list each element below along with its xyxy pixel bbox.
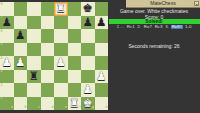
square-f7[interactable]	[68, 16, 82, 30]
square-e4[interactable]: ♟	[54, 56, 68, 70]
rank-label-6: 6	[1, 30, 3, 34]
square-g2[interactable]: ♟	[81, 83, 95, 97]
rank-label-7: 7	[1, 16, 3, 20]
square-a5[interactable]: 5	[0, 43, 14, 57]
rank-label-5: 5	[1, 43, 3, 47]
square-a1[interactable]: 1a	[0, 97, 14, 111]
square-c3[interactable]: ♜	[27, 70, 41, 84]
square-d5[interactable]	[41, 43, 55, 57]
square-b2[interactable]	[14, 83, 28, 97]
square-e8[interactable]: ♜	[54, 2, 68, 16]
white-pawn-g2: ♟	[83, 84, 93, 96]
white-king-g1: ♚	[83, 98, 93, 110]
rank-label-8: 8	[1, 3, 3, 7]
square-h2[interactable]	[95, 83, 109, 97]
square-b3[interactable]	[14, 70, 28, 84]
rank-label-1: 1	[1, 97, 3, 101]
rank-label-3: 3	[1, 70, 3, 74]
white-rook-e8: ♜	[56, 3, 66, 15]
move-token[interactable]: 3.	[165, 25, 170, 30]
square-c7[interactable]	[27, 16, 41, 30]
square-g7[interactable]: ♟	[81, 16, 95, 30]
square-d7[interactable]	[41, 16, 55, 30]
square-f1[interactable]: f♜	[68, 97, 82, 111]
close-icon[interactable]: ✕	[194, 1, 199, 6]
move-token[interactable]: 2.	[137, 25, 142, 30]
window-title: MateChess	[150, 1, 175, 6]
square-g1[interactable]: g♚	[81, 97, 95, 111]
black-rook-c3: ♜	[29, 71, 39, 83]
white-pawn-h3: ♟	[96, 71, 106, 83]
square-g4[interactable]	[81, 56, 95, 70]
black-pawn-a7: ♟	[2, 17, 12, 29]
square-f6[interactable]	[68, 29, 82, 43]
square-h4[interactable]	[95, 56, 109, 70]
square-b6[interactable]: ♟	[14, 29, 28, 43]
square-e5[interactable]	[54, 43, 68, 57]
square-h5[interactable]	[95, 43, 109, 57]
rank-label-4: 4	[1, 57, 3, 61]
square-e1[interactable]: e	[54, 97, 68, 111]
square-d4[interactable]	[41, 56, 55, 70]
square-c8[interactable]	[27, 2, 41, 16]
square-a7[interactable]: 7♟	[0, 16, 14, 30]
move-token[interactable]: Re7	[143, 25, 152, 30]
chess-board[interactable]: 8♜♚7♟♟♟6♟54♟♟♟3♜♟2♟1abcdef♜g♚h	[0, 2, 108, 110]
rank-label-2: 2	[1, 84, 3, 88]
square-h6[interactable]	[95, 29, 109, 43]
square-f2[interactable]	[68, 83, 82, 97]
move-token[interactable]: 1 ...	[116, 25, 125, 30]
square-f3[interactable]	[68, 70, 82, 84]
seconds-remaining-text: Seconds remaining: 26	[108, 44, 200, 50]
square-h7[interactable]: ♟	[95, 16, 109, 30]
square-d1[interactable]: d	[41, 97, 55, 111]
square-d6[interactable]	[41, 29, 55, 43]
square-a6[interactable]: 6	[0, 29, 14, 43]
square-b1[interactable]: b	[14, 97, 28, 111]
square-e3[interactable]	[54, 70, 68, 84]
square-b7[interactable]	[14, 16, 28, 30]
square-f5[interactable]	[68, 43, 82, 57]
square-c4[interactable]	[27, 56, 41, 70]
square-h8[interactable]	[95, 2, 109, 16]
square-a8[interactable]: 8	[0, 2, 14, 16]
square-f4[interactable]	[68, 56, 82, 70]
square-c1[interactable]: c	[27, 97, 41, 111]
black-pawn-g7: ♟	[83, 17, 93, 29]
square-d3[interactable]	[41, 70, 55, 84]
black-pawn-h7: ♟	[96, 17, 106, 29]
square-h1[interactable]: h	[95, 97, 109, 111]
square-b5[interactable]	[14, 43, 28, 57]
square-g3[interactable]	[81, 70, 95, 84]
square-e2[interactable]	[54, 83, 68, 97]
panel-title-bar: MateChess ✕	[126, 0, 200, 8]
square-c2[interactable]	[27, 83, 41, 97]
square-g8[interactable]: ♚	[81, 2, 95, 16]
move-token-current[interactable]: Re8#	[171, 25, 183, 30]
move-list: 1 ...Rc12.Re7Rc33.Re8#1-0	[108, 25, 200, 30]
move-token[interactable]: 1-0	[184, 25, 192, 30]
square-a2[interactable]: 2	[0, 83, 14, 97]
file-label-h: h	[106, 106, 108, 110]
square-h3[interactable]: ♟	[95, 70, 109, 84]
white-pawn-e4: ♟	[56, 57, 66, 69]
square-e7[interactable]	[54, 16, 68, 30]
square-b8[interactable]	[14, 2, 28, 16]
white-pawn-a4: ♟	[2, 57, 12, 69]
square-a3[interactable]: 3	[0, 70, 14, 84]
move-token[interactable]: Rc3	[154, 25, 163, 30]
white-rook-f1: ♜	[69, 98, 79, 110]
app-screen: 8♜♚7♟♟♟6♟54♟♟♟3♜♟2♟1abcdef♜g♚h MateChess…	[0, 0, 200, 113]
square-a4[interactable]: 4♟	[0, 56, 14, 70]
square-c5[interactable]	[27, 43, 41, 57]
black-king-g8: ♚	[83, 3, 93, 15]
move-token[interactable]: Rc1	[126, 25, 135, 30]
square-d2[interactable]	[41, 83, 55, 97]
square-e6[interactable]	[54, 29, 68, 43]
square-c6[interactable]	[27, 29, 41, 43]
square-g5[interactable]	[81, 43, 95, 57]
square-b4[interactable]: ♟	[14, 56, 28, 70]
square-f8[interactable]	[68, 2, 82, 16]
square-g6[interactable]	[81, 29, 95, 43]
white-pawn-b4: ♟	[15, 57, 25, 69]
black-pawn-b6: ♟	[15, 30, 25, 42]
square-d8[interactable]	[41, 2, 55, 16]
